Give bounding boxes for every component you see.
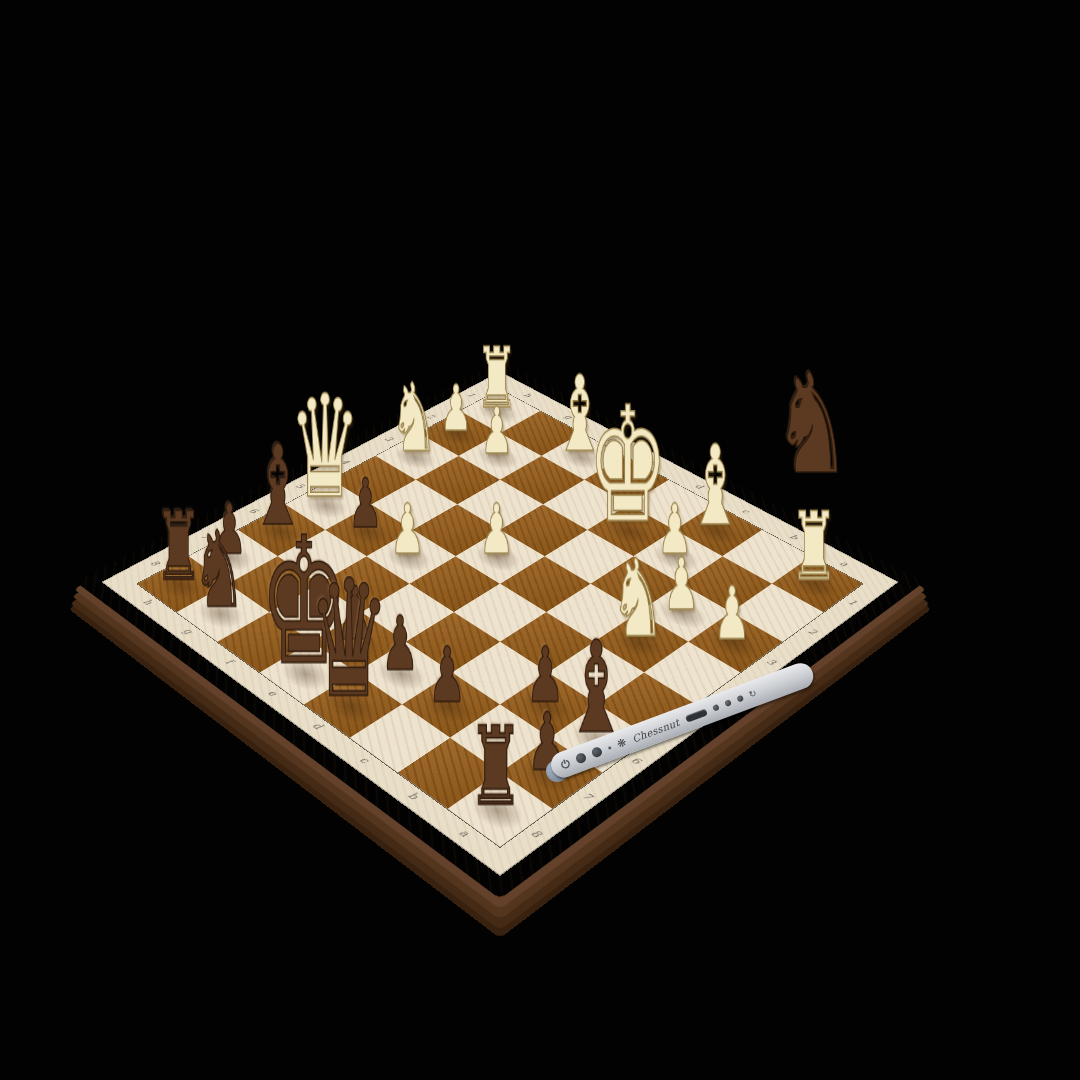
usb-c-port[interactable] xyxy=(684,708,707,722)
bishop-icon: ♝ xyxy=(687,430,743,541)
button-1[interactable] xyxy=(574,752,587,765)
knight-icon: ♞ xyxy=(773,355,851,494)
button-3[interactable] xyxy=(712,704,720,712)
knight-icon: ♞ xyxy=(390,371,438,466)
queen-icon: ♛ xyxy=(308,558,390,720)
power-icon[interactable]: ⏻ xyxy=(559,756,572,771)
pawn-icon: ♟ xyxy=(663,548,699,620)
pawn-icon: ♟ xyxy=(480,399,513,464)
status-led xyxy=(607,746,611,750)
button-2[interactable] xyxy=(590,746,603,759)
pawn-icon: ♟ xyxy=(348,470,382,538)
rook-icon: ♜ xyxy=(468,711,523,820)
button-4[interactable] xyxy=(724,699,732,707)
knight-icon: ♞ xyxy=(192,518,245,624)
king-icon: ♚ xyxy=(587,386,668,545)
squares-grid: ♜♝♝♜♟♟♚♟♞♟♟♟♞♛♟♟♝♟♝♟♟♟♟♟♜♞♚♛♜ xyxy=(136,389,864,848)
pawn-icon: ♟ xyxy=(713,577,750,650)
mode-icon[interactable]: ↻ xyxy=(747,688,758,700)
button-5[interactable] xyxy=(736,695,744,703)
brand-logo-icon: ❋ xyxy=(615,735,628,750)
pawn-icon: ♟ xyxy=(440,377,472,440)
rook-icon: ♜ xyxy=(790,499,838,594)
pawn-icon: ♟ xyxy=(479,495,514,564)
page-background: { "game": { "name": "chess", "product": … xyxy=(0,0,1080,1080)
pawn-icon: ♟ xyxy=(390,495,425,564)
pawn-icon: ♟ xyxy=(428,637,467,713)
